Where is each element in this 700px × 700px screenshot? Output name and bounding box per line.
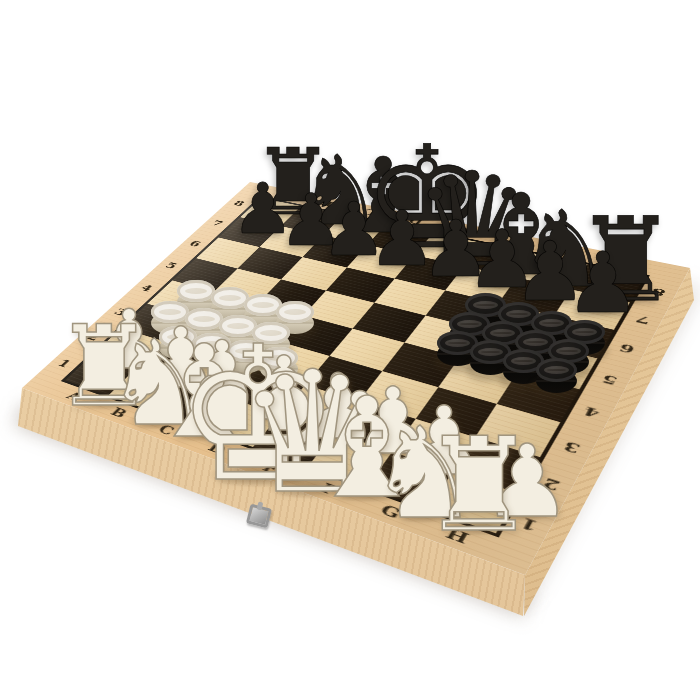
white-rook-h1: ♜ [421,420,538,550]
black-checker [536,358,577,393]
pieces-layer: ♜♞♝♟♚♟♟♛♟♝♟♞♟♜♟♟♟♟♟♜♟♞♝♟♟♟♚♛♝♞♟♜ [0,0,700,700]
product-photo-stage: AABBCCDDEEFFGGHH1122334455667788 ♜♞♝♟♚♟♟… [0,0,700,700]
black-pawn-h7: ♟ [565,241,640,325]
